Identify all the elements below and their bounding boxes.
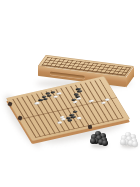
go-set-product-photo (0, 0, 140, 187)
white-stones-pile (120, 132, 138, 147)
carry-handle-slot (50, 71, 85, 79)
black-stone (102, 140, 108, 146)
latch (88, 125, 92, 130)
black-stones-pile (90, 131, 108, 146)
white-stone (120, 139, 126, 145)
black-stone (90, 138, 96, 144)
white-stone (132, 141, 138, 147)
